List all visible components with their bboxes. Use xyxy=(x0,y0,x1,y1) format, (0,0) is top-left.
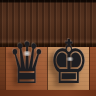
black-king[interactable]: ♚ xyxy=(49,32,89,92)
black-queen[interactable]: ♛ xyxy=(8,35,46,92)
square-f8-sliver[interactable] xyxy=(89,47,96,90)
square-e8[interactable]: ♚ xyxy=(47,47,89,90)
chess-app-board-crop: ♛ ♚ xyxy=(0,0,96,96)
square-d8[interactable]: ♛ xyxy=(5,47,47,90)
board-rank-8: ♛ ♚ xyxy=(0,47,96,90)
